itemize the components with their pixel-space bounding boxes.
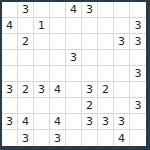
cell-r4c8: 3: [130, 66, 146, 82]
cell-r5c2: 3: [34, 82, 50, 98]
cell-r3c0[interactable]: [2, 50, 18, 66]
cell-r0c1: 3: [18, 2, 34, 18]
cell-r3c1[interactable]: [18, 50, 34, 66]
cell-r2c4[interactable]: [66, 34, 82, 50]
cell-r5c7[interactable]: [114, 82, 130, 98]
cell-r1c5[interactable]: [82, 18, 98, 34]
cell-r7c3: 4: [50, 114, 66, 130]
cell-r6c8: 3: [130, 98, 146, 114]
cell-r0c3[interactable]: [50, 2, 66, 18]
puzzle-grid: 3434132333332343223344333334: [2, 2, 146, 146]
cell-r0c8[interactable]: [130, 2, 146, 18]
cell-r6c3[interactable]: [50, 98, 66, 114]
cell-r4c1[interactable]: [18, 66, 34, 82]
cell-r0c2[interactable]: [34, 2, 50, 18]
cell-r8c8[interactable]: [130, 130, 146, 146]
cell-r8c6[interactable]: [98, 130, 114, 146]
cell-r7c5: 3: [82, 114, 98, 130]
cell-r6c1[interactable]: [18, 98, 34, 114]
cell-r8c2[interactable]: [34, 130, 50, 146]
cell-r6c2[interactable]: [34, 98, 50, 114]
cell-r2c6[interactable]: [98, 34, 114, 50]
cell-r3c6[interactable]: [98, 50, 114, 66]
cell-r5c8[interactable]: [130, 82, 146, 98]
cell-r0c4: 4: [66, 2, 82, 18]
cell-r3c4: 3: [66, 50, 82, 66]
cell-r1c7[interactable]: [114, 18, 130, 34]
cell-r8c3: 3: [50, 130, 66, 146]
cell-r3c5[interactable]: [82, 50, 98, 66]
cell-r6c0[interactable]: [2, 98, 18, 114]
cell-r3c8[interactable]: [130, 50, 146, 66]
cell-r4c4[interactable]: [66, 66, 82, 82]
cell-r7c0: 3: [2, 114, 18, 130]
cell-r1c6[interactable]: [98, 18, 114, 34]
cell-r1c1[interactable]: [18, 18, 34, 34]
cell-r1c8: 3: [130, 18, 146, 34]
cell-r8c7: 4: [114, 130, 130, 146]
cell-r0c5: 3: [82, 2, 98, 18]
cell-r2c2[interactable]: [34, 34, 50, 50]
minesweeper-board: 3434132333332343223344333334: [0, 0, 150, 150]
cell-r5c6: 2: [98, 82, 114, 98]
cell-r7c4[interactable]: [66, 114, 82, 130]
cell-r6c6[interactable]: [98, 98, 114, 114]
cell-r1c0: 4: [2, 18, 18, 34]
cell-r4c7[interactable]: [114, 66, 130, 82]
cell-r3c2[interactable]: [34, 50, 50, 66]
cell-r0c6[interactable]: [98, 2, 114, 18]
cell-r8c0[interactable]: [2, 130, 18, 146]
cell-r8c5[interactable]: [82, 130, 98, 146]
cell-r7c2[interactable]: [34, 114, 50, 130]
cell-r2c3[interactable]: [50, 34, 66, 50]
cell-r4c5[interactable]: [82, 66, 98, 82]
cell-r1c2: 1: [34, 18, 50, 34]
cell-r6c7[interactable]: [114, 98, 130, 114]
cell-r0c0[interactable]: [2, 2, 18, 18]
cell-r3c3[interactable]: [50, 50, 66, 66]
cell-r5c5: 3: [82, 82, 98, 98]
cell-r8c4[interactable]: [66, 130, 82, 146]
cell-r7c7: 3: [114, 114, 130, 130]
cell-r6c4[interactable]: [66, 98, 82, 114]
cell-r2c8: 3: [130, 34, 146, 50]
cell-r2c0[interactable]: [2, 34, 18, 50]
cell-r0c7[interactable]: [114, 2, 130, 18]
cell-r8c1: 3: [18, 130, 34, 146]
cell-r2c7: 3: [114, 34, 130, 50]
cell-r4c6[interactable]: [98, 66, 114, 82]
cell-r1c4[interactable]: [66, 18, 82, 34]
cell-r3c7[interactable]: [114, 50, 130, 66]
cell-r7c8[interactable]: [130, 114, 146, 130]
cell-r6c5: 2: [82, 98, 98, 114]
cell-r7c1: 4: [18, 114, 34, 130]
cell-r7c6: 3: [98, 114, 114, 130]
cell-r2c1: 2: [18, 34, 34, 50]
cell-r5c4[interactable]: [66, 82, 82, 98]
cell-r4c0[interactable]: [2, 66, 18, 82]
cell-r1c3[interactable]: [50, 18, 66, 34]
cell-r2c5[interactable]: [82, 34, 98, 50]
cell-r4c3[interactable]: [50, 66, 66, 82]
cell-r5c3: 4: [50, 82, 66, 98]
cell-r5c0: 3: [2, 82, 18, 98]
cell-r4c2[interactable]: [34, 66, 50, 82]
cell-r5c1: 2: [18, 82, 34, 98]
